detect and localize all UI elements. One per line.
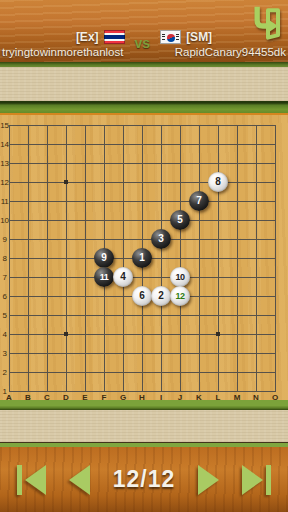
board-cell-M14[interactable] <box>228 135 247 154</box>
board-cell-O6[interactable] <box>266 287 285 306</box>
board-cell-D13[interactable] <box>57 154 76 173</box>
board-cell-D8[interactable] <box>57 249 76 268</box>
board-cell-I7[interactable] <box>152 268 171 287</box>
board-cell-E2[interactable] <box>76 363 95 382</box>
board-cell-M15[interactable] <box>228 116 247 135</box>
board-cell-J7[interactable]: 10 <box>171 268 190 287</box>
row-label-10: 10 <box>0 216 9 225</box>
white-stone-move-2: 2 <box>151 286 171 306</box>
board-cell-K14[interactable] <box>190 135 209 154</box>
board-cell-C5[interactable] <box>38 306 57 325</box>
board-cell-D5[interactable] <box>57 306 76 325</box>
board-cell-B4[interactable] <box>19 325 38 344</box>
board-cell-K8[interactable] <box>190 249 209 268</box>
black-stone-move-3: 3 <box>151 229 171 249</box>
board-cell-L11[interactable] <box>209 192 228 211</box>
board-cell-I10[interactable] <box>152 211 171 230</box>
board-cell-F2[interactable] <box>95 363 114 382</box>
board-cell-O14[interactable] <box>266 135 285 154</box>
board-cell-B15[interactable] <box>19 116 38 135</box>
board-cell-M5[interactable] <box>228 306 247 325</box>
board-cell-D3[interactable] <box>57 344 76 363</box>
board-cell-F12[interactable] <box>95 173 114 192</box>
board-cell-J5[interactable] <box>171 306 190 325</box>
board-cell-N15[interactable] <box>247 116 266 135</box>
board-cell-E14[interactable] <box>76 135 95 154</box>
row-label-11: 11 <box>0 197 9 206</box>
board-cell-H14[interactable] <box>133 135 152 154</box>
board-cell-F3[interactable] <box>95 344 114 363</box>
board-panel: 875391114106212 151413121110987654321 AB… <box>0 113 288 400</box>
board-cell-C4[interactable] <box>38 325 57 344</box>
mat-top <box>0 67 288 101</box>
board-cell-L8[interactable] <box>209 249 228 268</box>
board-cell-E8[interactable] <box>76 249 95 268</box>
board-cell-B10[interactable] <box>19 211 38 230</box>
board-cell-C6[interactable] <box>38 287 57 306</box>
board-cell-I14[interactable] <box>152 135 171 154</box>
board-cell-M6[interactable] <box>228 287 247 306</box>
move-number: 11 <box>100 273 109 282</box>
board-cell-K2[interactable] <box>190 363 209 382</box>
board-cell-D11[interactable] <box>57 192 76 211</box>
last-move-button[interactable] <box>242 465 271 495</box>
star-point-D4 <box>64 332 68 336</box>
board-cell-K13[interactable] <box>190 154 209 173</box>
board-cell-N6[interactable] <box>247 287 266 306</box>
board-cell-N7[interactable] <box>247 268 266 287</box>
black-stone-move-1: 1 <box>132 248 152 268</box>
board-cell-H8[interactable]: 1 <box>133 249 152 268</box>
board-cell-K4[interactable] <box>190 325 209 344</box>
board-cell-I2[interactable] <box>152 363 171 382</box>
board-cell-C8[interactable] <box>38 249 57 268</box>
board-cell-H7[interactable] <box>133 268 152 287</box>
board-cell-G3[interactable] <box>114 344 133 363</box>
board-cell-L13[interactable] <box>209 154 228 173</box>
board-cell-H13[interactable] <box>133 154 152 173</box>
move-number: 5 <box>177 215 183 225</box>
board-cell-O7[interactable] <box>266 268 285 287</box>
board-cell-I8[interactable] <box>152 249 171 268</box>
board-cell-L5[interactable] <box>209 306 228 325</box>
board-cell-N9[interactable] <box>247 230 266 249</box>
board-cell-B9[interactable] <box>19 230 38 249</box>
star-point-L4 <box>216 332 220 336</box>
move-number: 8 <box>215 177 221 187</box>
board-cell-J15[interactable] <box>171 116 190 135</box>
board-cell-H2[interactable] <box>133 363 152 382</box>
board-cell-C14[interactable] <box>38 135 57 154</box>
board-cell-B14[interactable] <box>19 135 38 154</box>
board-cell-L4[interactable] <box>209 325 228 344</box>
left-triangle-icon <box>25 465 46 495</box>
board-cell-J12[interactable] <box>171 173 190 192</box>
board-cell-F15[interactable] <box>95 116 114 135</box>
board-cell-K5[interactable] <box>190 306 209 325</box>
board-cell-C11[interactable] <box>38 192 57 211</box>
board-cell-K11[interactable]: 7 <box>190 192 209 211</box>
right-triangle-icon <box>198 465 219 495</box>
board-cell-O2[interactable] <box>266 363 285 382</box>
board-cell-F8[interactable]: 9 <box>95 249 114 268</box>
board-cell-H6[interactable]: 6 <box>133 287 152 306</box>
board-cell-I13[interactable] <box>152 154 171 173</box>
board-cell-E7[interactable] <box>76 268 95 287</box>
next-move-button[interactable] <box>198 465 219 495</box>
board-cell-D12[interactable] <box>57 173 76 192</box>
board-cell-B6[interactable] <box>19 287 38 306</box>
move-number: 6 <box>139 291 145 301</box>
star-point-D12 <box>64 180 68 184</box>
board-cell-K12[interactable] <box>190 173 209 192</box>
board-cell-B8[interactable] <box>19 249 38 268</box>
board-cell-C12[interactable] <box>38 173 57 192</box>
board-cell-N13[interactable] <box>247 154 266 173</box>
white-stone-move-6: 6 <box>132 286 152 306</box>
row-label-7: 7 <box>0 273 9 282</box>
board-cell-L15[interactable] <box>209 116 228 135</box>
board-cell-E5[interactable] <box>76 306 95 325</box>
board-cell-E4[interactable] <box>76 325 95 344</box>
board-cell-H15[interactable] <box>133 116 152 135</box>
move-number: 3 <box>158 234 164 244</box>
board-cell-F11[interactable] <box>95 192 114 211</box>
board-cell-F6[interactable] <box>95 287 114 306</box>
board-cell-I15[interactable] <box>152 116 171 135</box>
board-cell-K10[interactable] <box>190 211 209 230</box>
move-counter: 12/12 <box>113 466 176 493</box>
board-cell-G2[interactable] <box>114 363 133 382</box>
board-cell-J4[interactable] <box>171 325 190 344</box>
left-player-name: tryingtowinmorethanlost <box>2 46 123 58</box>
board-cell-D2[interactable] <box>57 363 76 382</box>
row-label-5: 5 <box>0 311 9 320</box>
board-cell-I6[interactable]: 2 <box>152 287 171 306</box>
board-cell-N14[interactable] <box>247 135 266 154</box>
board-cell-D4[interactable] <box>57 325 76 344</box>
board-cell-H12[interactable] <box>133 173 152 192</box>
board-cell-K9[interactable] <box>190 230 209 249</box>
board-cell-N4[interactable] <box>247 325 266 344</box>
names-row: tryingtowinmorethanlost RapidCanary94455… <box>0 46 288 58</box>
board-cell-E6[interactable] <box>76 287 95 306</box>
board-cell-B7[interactable] <box>19 268 38 287</box>
board-cell-B3[interactable] <box>19 344 38 363</box>
board-cell-E13[interactable] <box>76 154 95 173</box>
board-cell-L12[interactable]: 8 <box>209 173 228 192</box>
board-cell-O15[interactable] <box>266 116 285 135</box>
board-cell-N10[interactable] <box>247 211 266 230</box>
black-stone-move-9: 9 <box>94 248 114 268</box>
row-label-9: 9 <box>0 235 9 244</box>
mat-bottom <box>0 410 288 443</box>
black-stone-move-5: 5 <box>170 210 190 230</box>
board-cell-I12[interactable] <box>152 173 171 192</box>
white-stone-move-4: 4 <box>113 267 133 287</box>
board-cell-B11[interactable] <box>19 192 38 211</box>
last-move-bar-icon <box>266 465 271 495</box>
board-cell-J11[interactable] <box>171 192 190 211</box>
south-korea-flag-icon <box>160 30 181 44</box>
board-cell-O13[interactable] <box>266 154 285 173</box>
board-cell-E11[interactable] <box>76 192 95 211</box>
board-cell-K15[interactable] <box>190 116 209 135</box>
board-frame-bottom <box>0 400 288 410</box>
board-cell-B12[interactable] <box>19 173 38 192</box>
previous-move-button[interactable] <box>69 465 90 495</box>
board-cell-J8[interactable] <box>171 249 190 268</box>
row-label-12: 12 <box>0 178 9 187</box>
board-cell-H5[interactable] <box>133 306 152 325</box>
board-cell-L6[interactable] <box>209 287 228 306</box>
left-triangle-icon <box>69 465 90 495</box>
move-number: 10 <box>175 273 184 282</box>
board-cell-L2[interactable] <box>209 363 228 382</box>
board-cell-J6[interactable]: 12 <box>171 287 190 306</box>
board-cell-L14[interactable] <box>209 135 228 154</box>
navigation-bar: 12/12 <box>0 443 288 512</box>
board-cell-G5[interactable] <box>114 306 133 325</box>
board-cell-J3[interactable] <box>171 344 190 363</box>
match-row: [Ex] vs [SM] <box>0 28 288 46</box>
board-cell-D9[interactable] <box>57 230 76 249</box>
board-cell-G9[interactable] <box>114 230 133 249</box>
board-cell-F10[interactable] <box>95 211 114 230</box>
board-cell-M13[interactable] <box>228 154 247 173</box>
board-cell-G13[interactable] <box>114 154 133 173</box>
board-cell-E3[interactable] <box>76 344 95 363</box>
board-cell-M10[interactable] <box>228 211 247 230</box>
move-number: 4 <box>120 272 126 282</box>
white-stone-move-10: 10 <box>170 267 190 287</box>
board-cell-F14[interactable] <box>95 135 114 154</box>
board-cell-E15[interactable] <box>76 116 95 135</box>
board-cell-F4[interactable] <box>95 325 114 344</box>
board-cell-G10[interactable] <box>114 211 133 230</box>
board-cell-G14[interactable] <box>114 135 133 154</box>
board-cell-I4[interactable] <box>152 325 171 344</box>
board-cell-L7[interactable] <box>209 268 228 287</box>
board-cell-O5[interactable] <box>266 306 285 325</box>
row-label-13: 13 <box>0 159 9 168</box>
black-stone-move-11: 11 <box>94 267 114 287</box>
board-cell-G4[interactable] <box>114 325 133 344</box>
board-cell-G8[interactable] <box>114 249 133 268</box>
board-cell-J9[interactable] <box>171 230 190 249</box>
board-cell-C2[interactable] <box>38 363 57 382</box>
board-cell-N2[interactable] <box>247 363 266 382</box>
board-cell-K7[interactable] <box>190 268 209 287</box>
board-cell-O10[interactable] <box>266 211 285 230</box>
board-cell-C9[interactable] <box>38 230 57 249</box>
row-label-3: 3 <box>0 349 9 358</box>
board-cell-O9[interactable] <box>266 230 285 249</box>
row-label-6: 6 <box>0 292 9 301</box>
board-cell-J14[interactable] <box>171 135 190 154</box>
move-number: 12 <box>175 292 184 301</box>
board-cell-D7[interactable] <box>57 268 76 287</box>
board-cell-H9[interactable] <box>133 230 152 249</box>
board-cell-E12[interactable] <box>76 173 95 192</box>
korea-trigram-mark <box>162 34 165 40</box>
first-move-bar-icon <box>17 465 22 495</box>
board-cell-N3[interactable] <box>247 344 266 363</box>
left-player-tag: [Ex] <box>76 30 99 44</box>
header: [Ex] vs [SM] tryingtowinmorethanlost Rap… <box>0 0 288 62</box>
board-cell-C10[interactable] <box>38 211 57 230</box>
black-stone-move-7: 7 <box>189 191 209 211</box>
board-cell-H11[interactable] <box>133 192 152 211</box>
board-cell-G7[interactable]: 4 <box>114 268 133 287</box>
board-cell-L3[interactable] <box>209 344 228 363</box>
white-stone-move-8: 8 <box>208 172 228 192</box>
board-cell-D10[interactable] <box>57 211 76 230</box>
board-cell-L10[interactable] <box>209 211 228 230</box>
board-cell-O12[interactable] <box>266 173 285 192</box>
move-number: 2 <box>158 291 164 301</box>
board-cell-G11[interactable] <box>114 192 133 211</box>
board-cell-K3[interactable] <box>190 344 209 363</box>
board-cell-F9[interactable] <box>95 230 114 249</box>
board-cell-I5[interactable] <box>152 306 171 325</box>
board-cell-N8[interactable] <box>247 249 266 268</box>
board-frame-top <box>0 101 288 113</box>
board-cell-M3[interactable] <box>228 344 247 363</box>
row-label-15: 15 <box>0 121 9 130</box>
board-cell-M7[interactable] <box>228 268 247 287</box>
board-cell-H4[interactable] <box>133 325 152 344</box>
row-label-14: 14 <box>0 140 9 149</box>
korea-taegeuk-icon <box>167 34 175 42</box>
right-player-name: RapidCanary94455dk <box>175 46 286 58</box>
row-label-8: 8 <box>0 254 9 263</box>
board-cell-J10[interactable]: 5 <box>171 211 190 230</box>
right-player-tag: [SM] <box>186 30 212 44</box>
board-cell-D14[interactable] <box>57 135 76 154</box>
board-cell-E10[interactable] <box>76 211 95 230</box>
row-label-4: 4 <box>0 330 9 339</box>
board-cell-I11[interactable] <box>152 192 171 211</box>
board-cell-C15[interactable] <box>38 116 57 135</box>
board-cell-D15[interactable] <box>57 116 76 135</box>
board-cell-F13[interactable] <box>95 154 114 173</box>
first-move-button[interactable] <box>17 465 46 495</box>
board-cell-C7[interactable] <box>38 268 57 287</box>
board-cell-B13[interactable] <box>19 154 38 173</box>
board-cell-M11[interactable] <box>228 192 247 211</box>
board-cell-O4[interactable] <box>266 325 285 344</box>
board-cell-M4[interactable] <box>228 325 247 344</box>
board-cell-F7[interactable]: 11 <box>95 268 114 287</box>
board-cell-M8[interactable] <box>228 249 247 268</box>
board-cell-F5[interactable] <box>95 306 114 325</box>
board-cell-C13[interactable] <box>38 154 57 173</box>
board-cell-M2[interactable] <box>228 363 247 382</box>
white-stone-move-12: 12 <box>170 286 190 306</box>
board-cell-M9[interactable] <box>228 230 247 249</box>
board-cell-B2[interactable] <box>19 363 38 382</box>
board-cell-L9[interactable] <box>209 230 228 249</box>
move-number: 9 <box>101 253 107 263</box>
board-cell-G15[interactable] <box>114 116 133 135</box>
board-cell-M12[interactable] <box>228 173 247 192</box>
board-cell-O3[interactable] <box>266 344 285 363</box>
board-cell-O11[interactable] <box>266 192 285 211</box>
board-grid: 875391114106212 <box>0 116 285 401</box>
move-number: 7 <box>196 196 202 206</box>
board-cell-H3[interactable] <box>133 344 152 363</box>
board-cell-H10[interactable] <box>133 211 152 230</box>
thailand-flag-icon <box>104 30 125 44</box>
move-number: 1 <box>139 253 145 263</box>
board-cell-D6[interactable] <box>57 287 76 306</box>
board-cell-O8[interactable] <box>266 249 285 268</box>
korea-trigram-mark <box>176 34 179 40</box>
board-cell-B5[interactable] <box>19 306 38 325</box>
board-cell-N11[interactable] <box>247 192 266 211</box>
board-cell-C3[interactable] <box>38 344 57 363</box>
board-cell-I3[interactable] <box>152 344 171 363</box>
board-cell-G6[interactable] <box>114 287 133 306</box>
row-label-2: 2 <box>0 368 9 377</box>
board-cell-K6[interactable] <box>190 287 209 306</box>
board-cell-N12[interactable] <box>247 173 266 192</box>
board-cell-J13[interactable] <box>171 154 190 173</box>
board-cell-I9[interactable]: 3 <box>152 230 171 249</box>
board-cell-N5[interactable] <box>247 306 266 325</box>
board-cell-G12[interactable] <box>114 173 133 192</box>
board-cell-J2[interactable] <box>171 363 190 382</box>
right-triangle-icon <box>242 465 263 495</box>
board-cell-E9[interactable] <box>76 230 95 249</box>
app-screen: [Ex] vs [SM] tryingtowinmorethanlost Rap… <box>0 0 288 512</box>
